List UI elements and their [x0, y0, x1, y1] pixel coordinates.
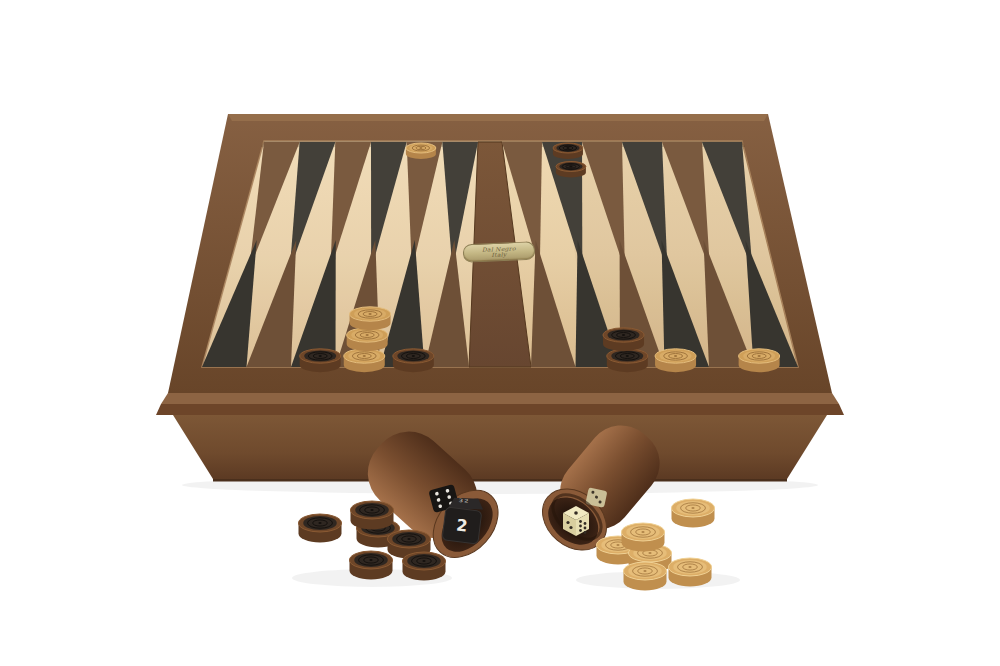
- pile-checker-light-6[interactable]: [624, 562, 667, 591]
- checker-center-dot: [566, 147, 569, 149]
- checker-center-dot: [368, 313, 371, 315]
- case-bottom-edge: [213, 479, 787, 482]
- checker-center-dot: [616, 544, 619, 546]
- checker-light-pt9[interactable]: [350, 307, 391, 330]
- checker-center-dot: [641, 531, 644, 533]
- checker-center-dot: [419, 147, 422, 149]
- checker-center-dot: [407, 538, 410, 540]
- checker-light-pt3[interactable]: [655, 349, 696, 372]
- case-molding-upper: [161, 393, 839, 404]
- checker-dark-pt4[interactable]: [603, 328, 644, 351]
- brand-plaque: Dal Negro Italy: [463, 241, 536, 263]
- checker-dark-pt10[interactable]: [300, 349, 341, 372]
- die-pip: [574, 511, 578, 515]
- checker-center-dot: [319, 355, 322, 357]
- checker-center-dot: [758, 355, 761, 357]
- case-molding-lower: [156, 404, 844, 415]
- die-pip: [569, 526, 572, 529]
- pile-checker-dark-3[interactable]: [351, 501, 394, 530]
- backgammon-product-photo: Dal Negro Italy 32 2: [0, 0, 1000, 666]
- checker-dark-pt20[interactable]: [553, 143, 583, 159]
- checker-center-dot: [366, 334, 369, 336]
- case-front-face: [173, 415, 827, 479]
- pile-checker-light-5[interactable]: [669, 558, 712, 586]
- checker-center-dot: [622, 334, 625, 336]
- checker-light-pt1[interactable]: [739, 349, 780, 372]
- checker-center-dot: [688, 566, 691, 568]
- backgammon-set: [0, 0, 1000, 666]
- checker-center-dot: [363, 355, 366, 357]
- checker-dark-pt4[interactable]: [607, 349, 648, 372]
- checker-center-dot: [369, 559, 372, 561]
- pile-checker-dark-1[interactable]: [299, 514, 342, 542]
- checker-center-dot: [412, 355, 415, 357]
- pile-checker-dark-6[interactable]: [403, 552, 446, 581]
- checker-center-dot: [643, 570, 646, 572]
- checker-dark-pt8[interactable]: [393, 349, 434, 372]
- checker-dark-pt20[interactable]: [556, 162, 586, 178]
- doubling-cube-value[interactable]: 2: [443, 509, 480, 543]
- pile-checker-dark-5[interactable]: [350, 551, 393, 580]
- frame-top-highlight: [228, 114, 768, 121]
- checker-light-pt9[interactable]: [344, 349, 385, 372]
- die-pip: [579, 520, 582, 523]
- pile-checker-light-1[interactable]: [672, 499, 715, 528]
- checker-center-dot: [370, 509, 373, 511]
- checker-center-dot: [648, 552, 651, 554]
- die-pip: [584, 527, 587, 530]
- checker-center-dot: [691, 507, 694, 509]
- checker-center-dot: [569, 166, 572, 168]
- die-pip: [566, 521, 569, 524]
- plaque-line2: Italy: [491, 252, 506, 258]
- die-pip: [579, 525, 582, 528]
- checker-center-dot: [626, 355, 629, 357]
- checker-center-dot: [674, 355, 677, 357]
- die-pip: [584, 531, 587, 534]
- checker-light-pt9[interactable]: [347, 328, 388, 351]
- pile-checker-light-4[interactable]: [622, 523, 665, 552]
- checker-light-pt17[interactable]: [406, 143, 436, 159]
- checker-center-dot: [422, 560, 425, 562]
- checker-center-dot: [318, 522, 321, 524]
- die-pip: [579, 529, 582, 532]
- die-pip: [584, 522, 587, 525]
